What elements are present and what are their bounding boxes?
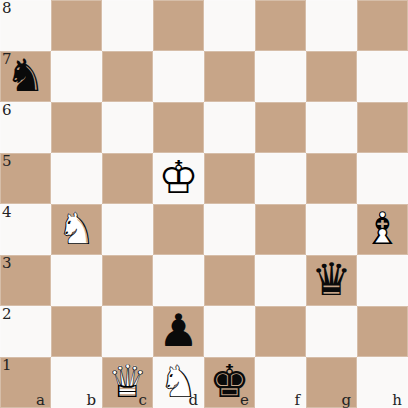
- rank-label-1: 1: [2, 358, 12, 373]
- white-queen-icon: ♕: [107, 358, 147, 403]
- square-b6[interactable]: [51, 102, 102, 153]
- square-e3[interactable]: [204, 255, 255, 306]
- square-c1[interactable]: c♛♕: [102, 357, 153, 408]
- square-b5[interactable]: [51, 153, 102, 204]
- white-bishop-icon: ♗: [362, 205, 402, 250]
- square-d3[interactable]: [153, 255, 204, 306]
- square-c4[interactable]: [102, 204, 153, 255]
- square-f6[interactable]: [255, 102, 306, 153]
- piece-black-queen-g3[interactable]: ♛: [306, 255, 357, 306]
- file-label-a: a: [36, 393, 45, 408]
- rank-label-5: 5: [2, 154, 12, 169]
- square-b2[interactable]: [51, 306, 102, 357]
- rank-label-3: 3: [2, 256, 12, 271]
- square-e8[interactable]: [204, 0, 255, 51]
- square-f1[interactable]: f: [255, 357, 306, 408]
- piece-white-knight-d1[interactable]: ♞♘: [153, 357, 204, 408]
- piece-black-knight-a7[interactable]: ♞: [0, 51, 51, 102]
- square-h7[interactable]: [357, 51, 408, 102]
- square-g2[interactable]: [306, 306, 357, 357]
- square-d4[interactable]: [153, 204, 204, 255]
- square-g5[interactable]: [306, 153, 357, 204]
- square-d8[interactable]: [153, 0, 204, 51]
- square-d5[interactable]: ♚♔: [153, 153, 204, 204]
- square-g4[interactable]: [306, 204, 357, 255]
- square-h2[interactable]: [357, 306, 408, 357]
- square-d2[interactable]: ♟: [153, 306, 204, 357]
- square-c8[interactable]: [102, 0, 153, 51]
- black-king-icon: ♚: [209, 358, 249, 403]
- square-b7[interactable]: [51, 51, 102, 102]
- square-e5[interactable]: [204, 153, 255, 204]
- square-f2[interactable]: [255, 306, 306, 357]
- file-label-h: h: [392, 393, 402, 408]
- square-f3[interactable]: [255, 255, 306, 306]
- square-f7[interactable]: [255, 51, 306, 102]
- piece-white-bishop-h4[interactable]: ♝♗: [357, 204, 408, 255]
- square-h1[interactable]: h: [357, 357, 408, 408]
- square-c6[interactable]: [102, 102, 153, 153]
- file-label-f: f: [294, 393, 300, 408]
- square-g7[interactable]: [306, 51, 357, 102]
- square-a6[interactable]: 6: [0, 102, 51, 153]
- square-a1[interactable]: 1a: [0, 357, 51, 408]
- square-c7[interactable]: [102, 51, 153, 102]
- piece-white-queen-c1[interactable]: ♛♕: [102, 357, 153, 408]
- file-label-b: b: [86, 393, 96, 408]
- chessboard: 87♞65♚♔4♞♘♝♗3♛2♟1abc♛♕d♞♘e♚fgh: [0, 0, 408, 408]
- square-b4[interactable]: ♞♘: [51, 204, 102, 255]
- black-knight-icon: ♞: [5, 52, 45, 97]
- square-e1[interactable]: e♚: [204, 357, 255, 408]
- file-label-g: g: [341, 393, 351, 408]
- black-queen-icon: ♛: [311, 256, 351, 301]
- piece-black-pawn-d2[interactable]: ♟: [153, 306, 204, 357]
- square-e2[interactable]: [204, 306, 255, 357]
- square-g1[interactable]: g: [306, 357, 357, 408]
- square-a7[interactable]: 7♞: [0, 51, 51, 102]
- square-d1[interactable]: d♞♘: [153, 357, 204, 408]
- square-a8[interactable]: 8: [0, 0, 51, 51]
- square-f8[interactable]: [255, 0, 306, 51]
- square-h8[interactable]: [357, 0, 408, 51]
- square-h3[interactable]: [357, 255, 408, 306]
- rank-label-6: 6: [2, 103, 12, 118]
- square-a5[interactable]: 5: [0, 153, 51, 204]
- square-e6[interactable]: [204, 102, 255, 153]
- square-h4[interactable]: ♝♗: [357, 204, 408, 255]
- square-g6[interactable]: [306, 102, 357, 153]
- piece-black-king-e1[interactable]: ♚: [204, 357, 255, 408]
- square-g8[interactable]: [306, 0, 357, 51]
- square-b1[interactable]: b: [51, 357, 102, 408]
- square-c5[interactable]: [102, 153, 153, 204]
- white-king-icon: ♔: [158, 154, 198, 199]
- square-b3[interactable]: [51, 255, 102, 306]
- square-a3[interactable]: 3: [0, 255, 51, 306]
- white-knight-icon: ♘: [158, 358, 198, 403]
- white-knight-icon: ♘: [56, 205, 96, 250]
- square-b8[interactable]: [51, 0, 102, 51]
- rank-label-8: 8: [2, 1, 12, 16]
- piece-white-knight-b4[interactable]: ♞♘: [51, 204, 102, 255]
- square-c3[interactable]: [102, 255, 153, 306]
- square-e7[interactable]: [204, 51, 255, 102]
- rank-label-2: 2: [2, 307, 12, 322]
- square-a4[interactable]: 4: [0, 204, 51, 255]
- black-pawn-icon: ♟: [158, 307, 198, 352]
- square-d6[interactable]: [153, 102, 204, 153]
- square-h6[interactable]: [357, 102, 408, 153]
- rank-label-4: 4: [2, 205, 12, 220]
- square-g3[interactable]: ♛: [306, 255, 357, 306]
- square-e4[interactable]: [204, 204, 255, 255]
- square-c2[interactable]: [102, 306, 153, 357]
- piece-white-king-d5[interactable]: ♚♔: [153, 153, 204, 204]
- square-d7[interactable]: [153, 51, 204, 102]
- square-f5[interactable]: [255, 153, 306, 204]
- square-h5[interactable]: [357, 153, 408, 204]
- square-a2[interactable]: 2: [0, 306, 51, 357]
- square-f4[interactable]: [255, 204, 306, 255]
